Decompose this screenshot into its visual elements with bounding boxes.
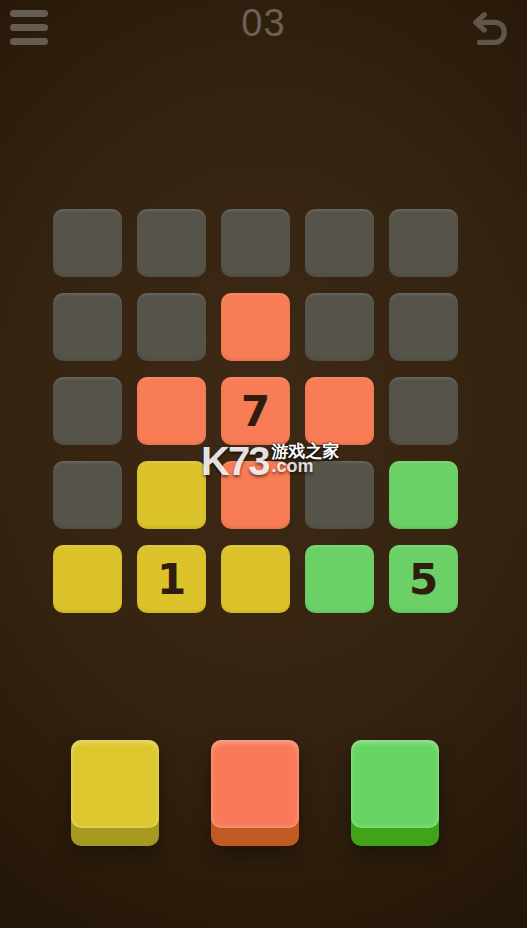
tray-piece-orange[interactable] (211, 740, 299, 846)
cell-r2c3[interactable] (221, 293, 290, 361)
cell-r3c1[interactable] (53, 377, 122, 445)
cell-r4c3[interactable] (221, 461, 290, 529)
cell-r5c5-value-5[interactable]: 5 (389, 545, 458, 613)
cell-r2c4[interactable] (305, 293, 374, 361)
yellow-piece-face (71, 740, 159, 828)
orange-piece-face (211, 740, 299, 828)
board-grid: 715 (53, 209, 458, 613)
cell-r2c5[interactable] (389, 293, 458, 361)
undo-back-icon[interactable] (469, 10, 511, 50)
piece-tray (0, 740, 527, 850)
top-bar: 03 (0, 0, 527, 58)
cell-r2c1[interactable] (53, 293, 122, 361)
cell-r5c2-value-1[interactable]: 1 (137, 545, 206, 613)
cell-r5c4[interactable] (305, 545, 374, 613)
cell-r3c4[interactable] (305, 377, 374, 445)
cell-r2c2[interactable] (137, 293, 206, 361)
cell-r1c4[interactable] (305, 209, 374, 277)
cell-r4c5[interactable] (389, 461, 458, 529)
level-title: 03 (0, 2, 527, 45)
cell-r1c5[interactable] (389, 209, 458, 277)
cell-r1c3[interactable] (221, 209, 290, 277)
cell-r3c2[interactable] (137, 377, 206, 445)
tray-piece-yellow[interactable] (71, 740, 159, 846)
game-screen: 03 715 K73 游戏之家 .com (0, 0, 527, 928)
cell-r3c5[interactable] (389, 377, 458, 445)
cell-r5c1[interactable] (53, 545, 122, 613)
cell-r5c3[interactable] (221, 545, 290, 613)
green-piece-face (351, 740, 439, 828)
cell-r1c1[interactable] (53, 209, 122, 277)
tray-piece-green[interactable] (351, 740, 439, 846)
cell-r4c2[interactable] (137, 461, 206, 529)
cell-r3c3-value-7[interactable]: 7 (221, 377, 290, 445)
cell-r4c4[interactable] (305, 461, 374, 529)
cell-r4c1[interactable] (53, 461, 122, 529)
cell-r1c2[interactable] (137, 209, 206, 277)
